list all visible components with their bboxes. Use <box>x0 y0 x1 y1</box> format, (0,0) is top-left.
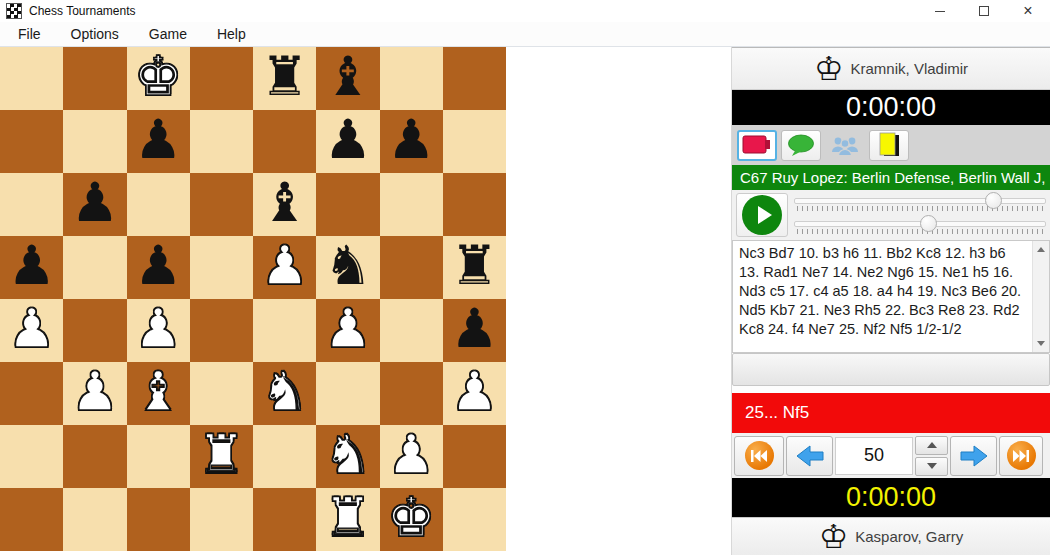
king-icon: ♔ <box>819 520 849 553</box>
black-pawn: ♟ <box>134 113 182 167</box>
square-h5[interactable]: ♜ <box>443 236 506 299</box>
square-c5[interactable]: ♟ <box>127 236 190 299</box>
comment-box-empty <box>732 353 1050 386</box>
square-b8[interactable] <box>63 47 126 110</box>
top-player-clock: 0:00:00 <box>732 90 1050 125</box>
square-f7[interactable]: ♟ <box>316 110 379 173</box>
white-pawn: ♟ <box>7 302 55 356</box>
window-controls: × <box>918 0 1050 22</box>
square-h7[interactable] <box>443 110 506 173</box>
square-h8[interactable] <box>443 47 506 110</box>
black-pawn: ♟ <box>134 239 182 293</box>
top-player-name: Kramnik, Vladimir <box>851 60 969 77</box>
bottom-clock-time: 0:00:00 <box>846 482 936 513</box>
white-bishop: ♝ <box>134 365 182 419</box>
square-e4[interactable] <box>253 299 316 362</box>
bottom-player-clock: 0:00:00 <box>732 478 1050 517</box>
black-pawn: ♟ <box>71 176 119 230</box>
chess-board: ♚♜♝♟♟♟♟♝♟♟♟♞♜♟♟♟♟♟♝♞♟♜♞♟♜♚ <box>0 47 506 551</box>
square-g7[interactable]: ♟ <box>380 110 443 173</box>
menu-bar: File Options Game Help <box>0 22 1050 47</box>
opening-name-bar: C67 Ruy Lopez: Berlin Defense, Berlin Wa… <box>732 165 1050 190</box>
red-board-icon <box>742 134 772 156</box>
blue-people-icon <box>830 134 860 157</box>
white-rook: ♜ <box>197 428 245 482</box>
menu-help[interactable]: Help <box>217 26 246 42</box>
square-a6[interactable] <box>0 173 63 236</box>
scroll-up-icon <box>1037 247 1045 252</box>
move-list[interactable]: Nc3 Bd7 10. b3 h6 11. Bb2 Kc8 12. h3 b6 … <box>732 240 1050 353</box>
next-move-button[interactable] <box>950 436 997 476</box>
square-e1[interactable] <box>253 488 316 551</box>
close-icon: × <box>1023 3 1032 19</box>
slider-thumb[interactable] <box>920 215 937 232</box>
app-window: { "game": "chess", "position": { "fen": … <box>0 0 1050 555</box>
white-knight: ♞ <box>260 365 308 419</box>
white-king: ♚ <box>387 491 435 545</box>
white-knight: ♞ <box>324 428 372 482</box>
opening-name: C67 Ruy Lopez: Berlin Defense, Berlin Wa… <box>740 169 1050 186</box>
black-pawn: ♟ <box>450 302 498 356</box>
last-move-button[interactable] <box>999 436 1043 476</box>
players-button[interactable] <box>825 130 865 161</box>
black-pawn: ♟ <box>324 113 372 167</box>
square-b1[interactable] <box>63 488 126 551</box>
square-d1[interactable] <box>190 488 253 551</box>
current-move-bar: 25... Nf5 <box>732 393 1050 433</box>
black-rook: ♜ <box>260 50 308 104</box>
square-c2[interactable] <box>127 425 190 488</box>
black-knight: ♞ <box>324 239 372 293</box>
first-move-button[interactable] <box>734 436 784 476</box>
comment-area <box>732 353 1050 393</box>
square-c4[interactable]: ♟ <box>127 299 190 362</box>
minimize-button[interactable] <box>918 0 962 22</box>
view-toolbar <box>732 125 1050 165</box>
black-king: ♚ <box>134 50 182 104</box>
move-list-scrollbar[interactable] <box>1032 241 1049 352</box>
black-pawn: ♟ <box>387 113 435 167</box>
minimize-icon <box>935 11 945 12</box>
square-e6[interactable]: ♝ <box>253 173 316 236</box>
menu-file[interactable]: File <box>18 26 41 42</box>
playback-section <box>732 190 1050 240</box>
square-g8[interactable] <box>380 47 443 110</box>
square-a4[interactable]: ♟ <box>0 299 63 362</box>
move-navigation: 50 <box>732 433 1050 478</box>
square-b2[interactable] <box>63 425 126 488</box>
board-view-button[interactable] <box>737 130 777 161</box>
scroll-up-button[interactable] <box>1033 242 1049 257</box>
bottom-player-header: ♔ Kasparov, Garry <box>732 517 1050 555</box>
square-b7[interactable] <box>63 110 126 173</box>
current-move-text: 25... Nf5 <box>745 403 809 423</box>
blue-right-arrow-icon <box>959 444 989 468</box>
menu-options[interactable]: Options <box>71 26 119 42</box>
square-g3[interactable] <box>380 362 443 425</box>
square-h6[interactable] <box>443 173 506 236</box>
move-number-field[interactable]: 50 <box>835 437 913 475</box>
square-f1[interactable]: ♜ <box>316 488 379 551</box>
game-panel: ♔ Kramnik, Vladimir 0:00:00 <box>731 47 1050 555</box>
bottom-player-name: Kasparov, Garry <box>855 528 963 545</box>
playback-slider-top <box>794 192 1046 212</box>
blue-left-arrow-icon <box>795 444 825 468</box>
square-a8[interactable] <box>0 47 63 110</box>
top-clock-time: 0:00:00 <box>846 92 936 123</box>
play-triangle <box>758 206 772 224</box>
square-h4[interactable]: ♟ <box>443 299 506 362</box>
spinner-up-icon <box>927 442 937 448</box>
square-b5[interactable] <box>63 236 126 299</box>
white-pawn: ♟ <box>324 302 372 356</box>
square-d8[interactable] <box>190 47 253 110</box>
spinner-down-icon <box>927 463 937 469</box>
title-bar: Chess Tournaments × <box>0 0 1050 22</box>
black-bishop: ♝ <box>260 176 308 230</box>
square-b6[interactable]: ♟ <box>63 173 126 236</box>
move-number-value: 50 <box>864 445 884 466</box>
square-c8[interactable]: ♚ <box>127 47 190 110</box>
skip-to-end-icon <box>1007 441 1036 470</box>
square-d5[interactable] <box>190 236 253 299</box>
white-pawn: ♟ <box>450 365 498 419</box>
white-pawn: ♟ <box>71 365 119 419</box>
square-c1[interactable] <box>127 488 190 551</box>
comments-button[interactable] <box>781 130 821 161</box>
playback-slider-bottom <box>794 215 1046 235</box>
move-list-text: Nc3 Bd7 10. b3 h6 11. Bb2 Kc8 12. h3 b6 … <box>739 244 1028 339</box>
notebook-button[interactable] <box>869 130 909 161</box>
skip-to-start-icon <box>745 441 774 470</box>
square-e2[interactable] <box>253 425 316 488</box>
menu-game[interactable]: Game <box>149 26 187 42</box>
green-chat-icon <box>787 134 815 157</box>
square-f8[interactable]: ♝ <box>316 47 379 110</box>
white-rook: ♜ <box>324 491 372 545</box>
square-c7[interactable]: ♟ <box>127 110 190 173</box>
square-f5[interactable]: ♞ <box>316 236 379 299</box>
slider-ticks <box>797 229 1043 234</box>
white-pawn: ♟ <box>134 302 182 356</box>
square-c3[interactable]: ♝ <box>127 362 190 425</box>
white-pawn: ♟ <box>260 239 308 293</box>
square-g1[interactable]: ♚ <box>380 488 443 551</box>
square-d2[interactable]: ♜ <box>190 425 253 488</box>
yellow-book-icon <box>877 132 902 159</box>
slider-thumb[interactable] <box>985 192 1002 209</box>
square-f6[interactable] <box>316 173 379 236</box>
close-button[interactable]: × <box>1006 0 1050 22</box>
square-e7[interactable] <box>253 110 316 173</box>
square-h3[interactable]: ♟ <box>443 362 506 425</box>
square-d6[interactable] <box>190 173 253 236</box>
play-button[interactable] <box>736 193 788 237</box>
square-a5[interactable]: ♟ <box>0 236 63 299</box>
king-icon: ♔ <box>814 52 844 85</box>
square-c6[interactable] <box>127 173 190 236</box>
white-pawn: ♟ <box>387 428 435 482</box>
move-number-spinner <box>915 436 948 476</box>
slider-track[interactable] <box>794 198 1046 204</box>
spinner-up-button[interactable] <box>915 436 948 455</box>
square-b4[interactable] <box>63 299 126 362</box>
restore-button[interactable] <box>962 0 1006 22</box>
square-a2[interactable] <box>0 425 63 488</box>
slider-ticks <box>797 206 1043 211</box>
square-a1[interactable] <box>0 488 63 551</box>
square-a7[interactable] <box>0 110 63 173</box>
square-e5[interactable]: ♟ <box>253 236 316 299</box>
square-d7[interactable] <box>190 110 253 173</box>
square-d3[interactable] <box>190 362 253 425</box>
black-pawn: ♟ <box>7 239 55 293</box>
play-icon <box>742 195 782 235</box>
square-f2[interactable]: ♞ <box>316 425 379 488</box>
scroll-down-icon <box>1037 341 1045 346</box>
square-b3[interactable]: ♟ <box>63 362 126 425</box>
square-e3[interactable]: ♞ <box>253 362 316 425</box>
square-h1[interactable] <box>443 488 506 551</box>
black-rook: ♜ <box>450 239 498 293</box>
square-f3[interactable] <box>316 362 379 425</box>
window-title: Chess Tournaments <box>29 4 136 18</box>
previous-move-button[interactable] <box>786 436 833 476</box>
restore-icon <box>979 6 989 16</box>
app-checkerboard-icon <box>7 4 21 18</box>
square-g5[interactable] <box>380 236 443 299</box>
square-a3[interactable] <box>0 362 63 425</box>
square-g2[interactable]: ♟ <box>380 425 443 488</box>
black-bishop: ♝ <box>324 50 372 104</box>
square-h2[interactable] <box>443 425 506 488</box>
square-d4[interactable] <box>190 299 253 362</box>
square-f4[interactable]: ♟ <box>316 299 379 362</box>
square-e8[interactable]: ♜ <box>253 47 316 110</box>
square-g4[interactable] <box>380 299 443 362</box>
scroll-down-button[interactable] <box>1033 336 1049 351</box>
square-g6[interactable] <box>380 173 443 236</box>
top-player-header: ♔ Kramnik, Vladimir <box>732 47 1050 90</box>
spinner-down-button[interactable] <box>915 457 948 476</box>
